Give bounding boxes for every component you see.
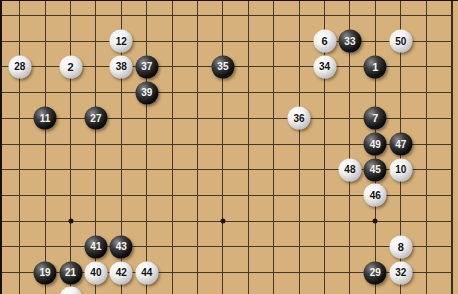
grid-line-v (197, 0, 198, 294)
stone-move-number: 41 (90, 242, 101, 252)
stone-move-number: 10 (395, 165, 406, 175)
grid-line-v (248, 0, 249, 294)
stone-white-36: 36 (288, 107, 311, 130)
crop-border-left (0, 0, 2, 294)
stone-white-40: 40 (84, 261, 107, 284)
stone-move-number: 44 (141, 268, 152, 278)
stone-move-number: 29 (370, 268, 381, 278)
stone-move-number: 1 (372, 61, 378, 72)
go-board[interactable]: 1267810111219212728293233343536373839404… (0, 0, 458, 294)
stone-black-49: 49 (364, 133, 387, 156)
grid-line-h (0, 15, 453, 16)
stone-move-number: 32 (395, 268, 406, 278)
stone-black-37: 37 (135, 55, 158, 78)
stone-black-27: 27 (84, 107, 107, 130)
stone-white-44: 44 (135, 261, 158, 284)
star-point-D10 (68, 219, 73, 224)
stone-black-11: 11 (34, 107, 57, 130)
stone-black-29: 29 (364, 261, 387, 284)
grid-line-v (451, 0, 453, 294)
stone-white-50: 50 (389, 30, 412, 53)
stone-move-number: 48 (344, 165, 355, 175)
stone-white-32: 32 (389, 261, 412, 284)
grid-line-v (273, 0, 274, 294)
stone-move-number: 28 (14, 62, 25, 72)
stone-move-number: 47 (395, 139, 406, 149)
stone-move-number: 35 (217, 62, 228, 72)
grid-line-h (0, 41, 453, 42)
stone-move-number: 40 (90, 268, 101, 278)
stone-move-number: 38 (116, 62, 127, 72)
grid-line-v (172, 0, 173, 294)
grid-line-h (0, 92, 453, 93)
stone-move-number: 7 (372, 113, 378, 124)
stone-move-number: 34 (319, 62, 330, 72)
stone-move-number: 12 (116, 36, 127, 46)
stone-move-number: 2 (67, 61, 73, 72)
grid-line-h (0, 246, 453, 247)
stone-move-number: 49 (370, 139, 381, 149)
stone-black-47: 47 (389, 133, 412, 156)
stone-white-8: 8 (389, 235, 412, 258)
stone-move-number: 45 (370, 165, 381, 175)
stone-move-number: 19 (40, 268, 51, 278)
stone-move-number: 21 (65, 268, 76, 278)
stone-white-unnumbered-D7 (59, 287, 82, 294)
stone-black-45: 45 (364, 158, 387, 181)
stone-move-number: 42 (116, 268, 127, 278)
stone-white-46: 46 (364, 184, 387, 207)
star-point-K10 (220, 219, 225, 224)
stone-move-number: 36 (294, 113, 305, 123)
stone-black-19: 19 (34, 261, 57, 284)
stone-white-38: 38 (110, 55, 133, 78)
stone-move-number: 11 (40, 113, 51, 123)
stone-move-number: 33 (344, 36, 355, 46)
stone-white-48: 48 (338, 158, 361, 181)
stone-black-39: 39 (135, 81, 158, 104)
stone-move-number: 39 (141, 88, 152, 98)
stone-black-41: 41 (84, 235, 107, 258)
stone-white-2: 2 (59, 55, 82, 78)
grid-line-v (426, 0, 427, 294)
grid-line-v (222, 0, 223, 294)
stone-move-number: 6 (321, 36, 327, 47)
stone-move-number: 46 (370, 190, 381, 200)
stone-move-number: 37 (141, 62, 152, 72)
crop-border-top (0, 0, 458, 1)
grid-line-v (45, 0, 46, 294)
grid-line-v (299, 0, 300, 294)
stone-black-33: 33 (338, 30, 361, 53)
stone-move-number: 27 (90, 113, 101, 123)
stone-move-number: 8 (398, 241, 404, 252)
stone-white-12: 12 (110, 30, 133, 53)
star-point-Q10 (373, 219, 378, 224)
grid-line-v (146, 0, 147, 294)
stone-white-10: 10 (389, 158, 412, 181)
stone-white-34: 34 (313, 55, 336, 78)
stone-white-42: 42 (110, 261, 133, 284)
stone-black-43: 43 (110, 235, 133, 258)
stone-move-number: 50 (395, 36, 406, 46)
stone-black-7: 7 (364, 107, 387, 130)
grid-line-v (19, 0, 20, 294)
stone-white-6: 6 (313, 30, 336, 53)
grid-line-v (70, 0, 71, 294)
stone-move-number: 43 (116, 242, 127, 252)
stone-white-28: 28 (8, 55, 31, 78)
stone-black-1: 1 (364, 55, 387, 78)
stone-black-35: 35 (211, 55, 234, 78)
stone-black-21: 21 (59, 261, 82, 284)
